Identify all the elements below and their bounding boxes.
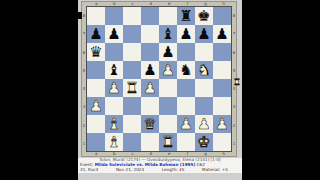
white-p-a3-piece[interactable]: ♟ (89, 97, 102, 115)
square-a7[interactable]: ♟ (87, 25, 105, 43)
square-d4[interactable]: ♟ (141, 79, 159, 97)
rank-label: 6 (232, 44, 236, 62)
white-p-e5-piece[interactable]: ♟ (161, 61, 174, 79)
square-e3[interactable] (159, 97, 177, 115)
black-b-b5-piece[interactable]: ♝ (107, 61, 120, 79)
square-c7[interactable] (123, 25, 141, 43)
square-h3[interactable] (213, 97, 231, 115)
square-c1[interactable] (123, 133, 141, 151)
rank-label: 7 (232, 25, 236, 43)
square-g1[interactable]: ♚ (195, 133, 213, 151)
black-p-h7-piece[interactable]: ♟ (215, 25, 228, 43)
game-info-caption: Tolon, Murat (2174) — Ovezdurdyyeva, Ele… (78, 158, 242, 173)
square-b4[interactable]: ♟ (105, 79, 123, 97)
square-a3[interactable]: ♟ (87, 97, 105, 115)
black-r-f8-piece[interactable]: ♜ (179, 7, 192, 25)
square-d7[interactable] (141, 25, 159, 43)
square-g3[interactable] (195, 97, 213, 115)
square-b5[interactable]: ♝ (105, 61, 123, 79)
white-r-c4-piece[interactable]: ♜ (125, 79, 138, 97)
rank-label: 1 (232, 135, 236, 153)
white-b-b1-piece[interactable]: ♝ (107, 133, 120, 151)
white-b-b2-piece[interactable]: ♝ (107, 115, 120, 133)
black-p-b7-piece[interactable]: ♟ (107, 25, 120, 43)
square-g8[interactable]: ♚ (195, 7, 213, 25)
black-n-f5-piece[interactable]: ♞ (179, 61, 192, 79)
square-c3[interactable] (123, 97, 141, 115)
white-p-b4-piece[interactable]: ♟ (107, 79, 120, 97)
move-text: 31. Rxc4 (80, 168, 98, 173)
square-h6[interactable] (213, 43, 231, 61)
square-b2[interactable]: ♝ (105, 115, 123, 133)
square-b6[interactable] (105, 43, 123, 61)
white-r-e1-piece[interactable]: ♜ (161, 133, 174, 151)
material-text: Material: +5 (202, 168, 228, 173)
black-p-e6-piece[interactable]: ♟ (161, 43, 174, 61)
material-advantage-indicator: ♜ (233, 77, 241, 87)
square-c5[interactable] (123, 61, 141, 79)
square-b7[interactable]: ♟ (105, 25, 123, 43)
square-f4[interactable] (177, 79, 195, 97)
board-squares: ♜♚♟♟♝♟♟♟♛♟♝♟♟♞♞♟♜♟♟♝♛♟♟♟♝♜♚ (86, 6, 232, 152)
square-b1[interactable]: ♝ (105, 133, 123, 151)
square-g7[interactable]: ♟ (195, 25, 213, 43)
square-d3[interactable] (141, 97, 159, 115)
file-label: a (87, 152, 105, 156)
square-f8[interactable]: ♜ (177, 7, 195, 25)
square-a4[interactable] (87, 79, 105, 97)
file-label: h (215, 152, 233, 156)
square-e2[interactable] (159, 115, 177, 133)
square-e1[interactable]: ♜ (159, 133, 177, 151)
square-e4[interactable] (159, 79, 177, 97)
file-label: f (178, 152, 196, 156)
square-a2[interactable] (87, 115, 105, 133)
rank-label: 8 (232, 7, 236, 25)
square-g5[interactable]: ♞ (195, 61, 213, 79)
square-h1[interactable] (213, 133, 231, 151)
square-g6[interactable] (195, 43, 213, 61)
length-text: Length: 45 (162, 168, 185, 173)
square-h8[interactable] (213, 7, 231, 25)
square-e5[interactable]: ♟ (159, 61, 177, 79)
file-label: g (197, 152, 215, 156)
square-f5[interactable]: ♞ (177, 61, 195, 79)
black-to-move-indicator (78, 12, 82, 19)
square-d2[interactable]: ♛ (141, 115, 159, 133)
square-d5[interactable]: ♟ (141, 61, 159, 79)
black-p-a7-piece[interactable]: ♟ (89, 25, 102, 43)
black-p-d5-piece[interactable]: ♟ (143, 61, 156, 79)
white-p-h2-piece[interactable]: ♟ (215, 115, 228, 133)
black-p-f7-piece[interactable]: ♟ (179, 25, 192, 43)
square-h2[interactable]: ♟ (213, 115, 231, 133)
white-p-d4-piece[interactable]: ♟ (143, 79, 156, 97)
file-label: c (124, 152, 142, 156)
white-n-g5-piece[interactable]: ♞ (197, 61, 210, 79)
square-h4[interactable] (213, 79, 231, 97)
square-f2[interactable]: ♟ (177, 115, 195, 133)
black-p-g7-piece[interactable]: ♟ (197, 25, 210, 43)
square-f7[interactable]: ♟ (177, 25, 195, 43)
square-g2[interactable]: ♟ (195, 115, 213, 133)
white-p-g2-piece[interactable]: ♟ (197, 115, 210, 133)
square-e6[interactable]: ♟ (159, 43, 177, 61)
square-b8[interactable] (105, 7, 123, 25)
square-c2[interactable] (123, 115, 141, 133)
white-k-g1-piece[interactable]: ♚ (197, 133, 210, 151)
file-label: b (105, 152, 123, 156)
square-f1[interactable] (177, 133, 195, 151)
square-a8[interactable] (87, 7, 105, 25)
square-e8[interactable] (159, 7, 177, 25)
black-b-e7-piece[interactable]: ♝ (161, 25, 174, 43)
square-a6[interactable]: ♛ (87, 43, 105, 61)
square-d1[interactable] (141, 133, 159, 151)
square-a5[interactable] (87, 61, 105, 79)
white-p-f2-piece[interactable]: ♟ (179, 115, 192, 133)
rank-label: 2 (232, 117, 236, 135)
square-c6[interactable] (123, 43, 141, 61)
square-g4[interactable] (195, 79, 213, 97)
chess-board-frame: abcdefgh abcdefgh 87654321 87654321 ♜♚♟♟… (81, 1, 237, 157)
file-label: d (142, 152, 160, 156)
meta-line: 31. Rxc4 Nov 21, 2024 Length: 45 Materia… (78, 168, 242, 173)
square-c8[interactable] (123, 7, 141, 25)
square-h5[interactable] (213, 61, 231, 79)
square-d6[interactable] (141, 43, 159, 61)
black-q-a6-piece[interactable]: ♛ (89, 43, 102, 61)
white-q-d2-piece[interactable]: ♛ (143, 115, 156, 133)
video-content-area: abcdefgh abcdefgh 87654321 87654321 ♜♚♟♟… (78, 0, 242, 180)
square-d8[interactable] (141, 7, 159, 25)
black-k-g8-piece[interactable]: ♚ (197, 7, 210, 25)
square-b3[interactable] (105, 97, 123, 115)
square-f3[interactable] (177, 97, 195, 115)
square-h7[interactable]: ♟ (213, 25, 231, 43)
file-labels-bottom: abcdefgh (87, 152, 233, 156)
square-c4[interactable]: ♜ (123, 79, 141, 97)
white-rook-material-icon: ♜ (233, 77, 241, 87)
date-text: Nov 21, 2024 (116, 168, 144, 173)
rank-label: 3 (232, 98, 236, 116)
square-f6[interactable] (177, 43, 195, 61)
square-e7[interactable]: ♝ (159, 25, 177, 43)
file-label: e (160, 152, 178, 156)
square-a1[interactable] (87, 133, 105, 151)
